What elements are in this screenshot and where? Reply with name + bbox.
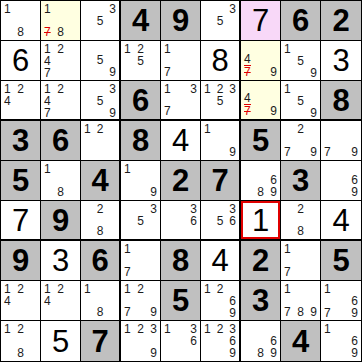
cell-r3c3[interactable]: 359 bbox=[81, 81, 121, 121]
given-digit: 4 bbox=[91, 165, 108, 196]
pencil-marks: 28 bbox=[81, 201, 119, 239]
pencil-marks: 17 bbox=[121, 241, 160, 280]
cell-r1c2[interactable]: 178 bbox=[41, 1, 81, 41]
pencil-marks: 17 bbox=[161, 41, 200, 80]
candidate-mark: 7 bbox=[284, 146, 291, 158]
candidate-mark: 1 bbox=[44, 3, 51, 15]
given-digit: 6 bbox=[132, 85, 149, 116]
cell-r5c9[interactable]: 69 bbox=[321, 161, 361, 201]
cell-r8c4[interactable]: 1279 bbox=[121, 281, 161, 321]
pencil-marks: 35 bbox=[121, 201, 160, 239]
cell-r6c5[interactable]: 36 bbox=[161, 201, 201, 241]
candidate-mark: 1 bbox=[204, 83, 211, 95]
candidate-mark: 2 bbox=[57, 83, 64, 95]
candidate-mark: 1 bbox=[284, 83, 291, 95]
cell-r9c2[interactable]: 5 bbox=[41, 321, 81, 361]
pencil-marks: 137 bbox=[161, 81, 200, 119]
cell-r4c1[interactable]: 3 bbox=[1, 121, 41, 161]
given-digit: 2 bbox=[332, 5, 349, 36]
candidate-mark: 9 bbox=[310, 146, 317, 158]
cell-r7c5[interactable]: 8 bbox=[161, 241, 201, 281]
cell-r8c5[interactable]: 5 bbox=[161, 281, 201, 321]
cell-r9c8[interactable]: 4 bbox=[281, 321, 321, 361]
candidate-mark: 9 bbox=[351, 347, 358, 359]
given-digit: 9 bbox=[52, 205, 69, 236]
solved-digit: 5 bbox=[52, 326, 69, 357]
candidate-mark: 5 bbox=[217, 95, 224, 107]
candidate-mark: 3 bbox=[150, 323, 157, 335]
cell-r3c2[interactable]: 1247 bbox=[41, 81, 81, 121]
cell-r1c5[interactable]: 9 bbox=[161, 1, 201, 41]
given-digit: 5 bbox=[12, 165, 29, 196]
candidate-mark: 1 bbox=[124, 283, 131, 295]
given-digit: 5 bbox=[332, 245, 349, 276]
candidate-mark: 5 bbox=[297, 55, 304, 67]
cell-r8c3[interactable]: 18 bbox=[81, 281, 121, 321]
pencil-marks: 12369 bbox=[201, 321, 239, 361]
candidate-mark: 8 bbox=[257, 347, 264, 359]
candidate-mark: 2 bbox=[297, 123, 304, 135]
cell-r7c1[interactable]: 9 bbox=[1, 241, 41, 281]
candidate-mark: 1 bbox=[284, 243, 291, 255]
candidate-mark: 5 bbox=[97, 15, 104, 27]
solved-digit: 4 bbox=[332, 205, 349, 236]
candidate-mark: 5 bbox=[97, 54, 104, 66]
cell-r6c4[interactable]: 35 bbox=[121, 201, 161, 241]
candidate-mark: 1 bbox=[204, 283, 211, 295]
cell-r7c9[interactable]: 5 bbox=[321, 241, 361, 281]
cell-r2c8[interactable]: 159 bbox=[281, 41, 321, 81]
candidate-mark: 8 bbox=[97, 306, 104, 318]
cell-r9c7[interactable]: 689 bbox=[241, 321, 281, 361]
pencil-marks: 689 bbox=[241, 321, 280, 361]
cell-r5c7[interactable]: 689 bbox=[241, 161, 281, 201]
pencil-marks: 18 bbox=[81, 281, 119, 320]
given-digit: 4 bbox=[292, 326, 309, 357]
candidate-mark: 7 bbox=[324, 307, 331, 319]
pencil-marks: 124 bbox=[1, 281, 40, 320]
given-digit: 8 bbox=[172, 245, 189, 276]
cell-r9c4[interactable]: 1239 bbox=[121, 321, 161, 361]
pencil-marks: 124 bbox=[41, 281, 80, 320]
candidate-mark: 8 bbox=[17, 26, 24, 38]
cell-r1c8[interactable]: 6 bbox=[281, 1, 321, 41]
pencil-marks: 689 bbox=[241, 161, 280, 200]
candidate-mark: 7 bbox=[124, 306, 131, 318]
cell-r3c7[interactable]: 479 bbox=[241, 81, 281, 121]
given-digit: 4 bbox=[132, 5, 149, 36]
cell-r8c2[interactable]: 124 bbox=[41, 281, 81, 321]
candidate-mark: 9 bbox=[109, 107, 116, 119]
cell-r7c6[interactable]: 4 bbox=[201, 241, 241, 281]
candidate-mark: 4 bbox=[44, 295, 51, 307]
candidate-mark: 1 bbox=[4, 323, 11, 335]
solved-digit: 8 bbox=[211, 45, 228, 76]
cell-r9c3[interactable]: 7 bbox=[81, 321, 121, 361]
candidate-eliminated: 7 bbox=[244, 66, 251, 78]
cell-r6c8[interactable]: 28 bbox=[281, 201, 321, 241]
candidate-mark: 2 bbox=[17, 323, 24, 335]
candidate-mark: 8 bbox=[57, 26, 64, 38]
candidate-mark: 2 bbox=[17, 283, 24, 295]
cell-r8c6[interactable]: 1269 bbox=[201, 281, 241, 321]
candidate-mark: 2 bbox=[97, 123, 104, 135]
pencil-marks: 128 bbox=[1, 321, 40, 361]
cell-r3c5[interactable]: 137 bbox=[161, 81, 201, 121]
cell-r2c2[interactable]: 1247 bbox=[41, 41, 81, 81]
candidate-mark: 1 bbox=[44, 163, 51, 175]
given-digit: 3 bbox=[252, 285, 269, 316]
pencil-marks: 159 bbox=[281, 81, 320, 119]
candidate-mark: 8 bbox=[257, 186, 264, 198]
given-digit: 8 bbox=[332, 85, 349, 116]
pencil-marks: 18 bbox=[1, 1, 40, 40]
cell-r3c8[interactable]: 159 bbox=[281, 81, 321, 121]
candidate-mark: 2 bbox=[217, 323, 224, 335]
pencil-marks: 35 bbox=[81, 1, 119, 40]
candidate-mark: 5 bbox=[217, 215, 224, 227]
cell-r6c3[interactable]: 28 bbox=[81, 201, 121, 241]
candidate-mark: 8 bbox=[297, 306, 304, 318]
cell-r4c6[interactable]: 19 bbox=[201, 121, 241, 161]
cell-r2c5[interactable]: 17 bbox=[161, 41, 201, 81]
solved-digit: 4 bbox=[172, 125, 189, 156]
pencil-marks: 479 bbox=[241, 41, 280, 80]
cell-r5c8[interactable]: 3 bbox=[281, 161, 321, 201]
candidate-mark: 8 bbox=[57, 186, 64, 198]
solved-digit: 1 bbox=[252, 205, 269, 236]
pencil-marks: 69 bbox=[321, 161, 361, 200]
candidate-mark: 2 bbox=[57, 43, 64, 55]
cell-r3c1[interactable]: 124 bbox=[1, 81, 41, 121]
candidate-mark: 9 bbox=[150, 347, 157, 359]
cell-r2c3[interactable]: 59 bbox=[81, 41, 121, 81]
cell-r6c7[interactable]: 1 bbox=[241, 201, 281, 241]
candidate-mark: 6 bbox=[229, 215, 236, 227]
cell-r4c7[interactable]: 5 bbox=[241, 121, 281, 161]
given-digit: 6 bbox=[91, 245, 108, 276]
candidate-mark: 9 bbox=[351, 146, 358, 158]
cell-r6c9[interactable]: 4 bbox=[321, 201, 361, 241]
candidate-mark: 2 bbox=[57, 283, 64, 295]
pencil-marks: 136 bbox=[161, 321, 200, 361]
given-digit: 9 bbox=[12, 245, 29, 276]
candidate-mark: 3 bbox=[190, 83, 197, 95]
candidate-mark: 3 bbox=[229, 83, 236, 95]
cell-r6c2[interactable]: 9 bbox=[41, 201, 81, 241]
candidate-mark: 2 bbox=[297, 203, 304, 215]
candidate-mark: 8 bbox=[97, 225, 104, 237]
cell-r5c6[interactable]: 7 bbox=[201, 161, 241, 201]
given-digit: 7 bbox=[91, 326, 108, 357]
cell-r6c1[interactable]: 7 bbox=[1, 201, 41, 241]
cell-r6c6[interactable]: 356 bbox=[201, 201, 241, 241]
solved-digit: 4 bbox=[211, 245, 228, 276]
candidate-mark: 2 bbox=[137, 283, 144, 295]
pencil-marks: 125 bbox=[121, 41, 160, 80]
cell-r5c5[interactable]: 2 bbox=[161, 161, 201, 201]
candidate-mark: 1 bbox=[84, 283, 91, 295]
solved-digit: 3 bbox=[52, 245, 69, 276]
sudoku-board: 1817835493576261247591251784791593124124… bbox=[0, 0, 362, 362]
cell-r5c4[interactable]: 19 bbox=[121, 161, 161, 201]
cell-r3c6[interactable]: 1235 bbox=[201, 81, 241, 121]
candidate-eliminated: 7 bbox=[244, 105, 251, 117]
candidate-mark: 7 bbox=[164, 66, 171, 78]
cell-r8c1[interactable]: 124 bbox=[1, 281, 41, 321]
pencil-marks: 1239 bbox=[121, 321, 160, 361]
candidate-mark: 5 bbox=[97, 95, 104, 107]
solved-digit: 7 bbox=[12, 205, 29, 236]
pencil-marks: 1235 bbox=[201, 81, 239, 119]
pencil-marks: 12 bbox=[81, 121, 119, 160]
pencil-marks: 17 bbox=[281, 241, 320, 280]
cell-r8c9[interactable]: 1679 bbox=[321, 281, 361, 321]
pencil-marks: 18 bbox=[41, 161, 80, 200]
cell-r7c3[interactable]: 6 bbox=[81, 241, 121, 281]
cell-r4c8[interactable]: 279 bbox=[281, 121, 321, 161]
candidate-mark: 1 bbox=[324, 283, 331, 295]
candidate-mark: 7 bbox=[324, 146, 331, 158]
candidate-mark: 9 bbox=[270, 105, 277, 117]
pencil-marks: 28 bbox=[281, 201, 320, 239]
candidate-mark: 7 bbox=[44, 107, 51, 119]
cell-r2c4[interactable]: 125 bbox=[121, 41, 161, 81]
cell-r7c2[interactable]: 3 bbox=[41, 241, 81, 281]
cell-r2c7[interactable]: 479 bbox=[241, 41, 281, 81]
candidate-mark: 4 bbox=[4, 295, 11, 307]
cell-r1c4[interactable]: 4 bbox=[121, 1, 161, 41]
candidate-mark: 2 bbox=[17, 83, 24, 95]
given-digit: 8 bbox=[132, 125, 149, 156]
pencil-marks: 59 bbox=[81, 41, 119, 80]
cell-r4c4[interactable]: 8 bbox=[121, 121, 161, 161]
candidate-eliminated: 7 bbox=[44, 26, 51, 38]
given-digit: 2 bbox=[252, 245, 269, 276]
pencil-marks: 1269 bbox=[201, 281, 239, 320]
candidate-mark: 9 bbox=[270, 66, 277, 78]
candidate-mark: 5 bbox=[217, 15, 224, 27]
pencil-marks: 279 bbox=[281, 121, 320, 160]
given-digit: 6 bbox=[292, 5, 309, 36]
candidate-mark: 1 bbox=[284, 43, 291, 55]
candidate-mark: 1 bbox=[284, 283, 291, 295]
solved-digit: 7 bbox=[252, 5, 269, 36]
candidate-mark: 7 bbox=[284, 266, 291, 278]
given-digit: 5 bbox=[252, 125, 269, 156]
candidate-mark: 9 bbox=[310, 306, 317, 318]
candidate-mark: 1 bbox=[4, 3, 11, 15]
pencil-marks: 159 bbox=[281, 41, 320, 80]
pencil-marks: 1679 bbox=[321, 281, 361, 320]
candidate-mark: 9 bbox=[150, 186, 157, 198]
candidate-mark: 1 bbox=[164, 83, 171, 95]
cell-r9c1[interactable]: 128 bbox=[1, 321, 41, 361]
given-digit: 5 bbox=[172, 285, 189, 316]
given-digit: 3 bbox=[12, 125, 29, 156]
candidate-mark: 7 bbox=[44, 67, 51, 79]
cell-r5c2[interactable]: 18 bbox=[41, 161, 81, 201]
candidate-mark: 2 bbox=[97, 203, 104, 215]
pencil-marks: 359 bbox=[81, 81, 119, 119]
pencil-marks: 79 bbox=[321, 121, 361, 160]
candidate-mark: 6 bbox=[190, 335, 197, 347]
pencil-marks: 1247 bbox=[41, 41, 80, 80]
candidate-mark: 1 bbox=[124, 243, 131, 255]
candidate-mark: 1 bbox=[164, 323, 171, 335]
candidate-mark: 9 bbox=[351, 307, 358, 319]
candidate-mark: 6 bbox=[190, 215, 197, 227]
pencil-marks: 19 bbox=[201, 121, 239, 160]
cell-r5c3[interactable]: 4 bbox=[81, 161, 121, 201]
cell-r7c8[interactable]: 17 bbox=[281, 241, 321, 281]
cell-r7c4[interactable]: 17 bbox=[121, 241, 161, 281]
cell-r4c2[interactable]: 6 bbox=[41, 121, 81, 161]
pencil-marks: 19 bbox=[121, 161, 160, 200]
given-digit: 2 bbox=[172, 165, 189, 196]
candidate-mark: 3 bbox=[109, 3, 116, 15]
candidate-mark: 9 bbox=[229, 146, 236, 158]
candidate-mark: 1 bbox=[324, 323, 331, 335]
candidate-mark: 8 bbox=[297, 225, 304, 237]
cell-r2c6[interactable]: 8 bbox=[201, 41, 241, 81]
candidate-mark: 3 bbox=[229, 3, 236, 15]
candidate-mark: 8 bbox=[17, 347, 24, 359]
pencil-marks: 36 bbox=[161, 201, 200, 239]
cell-r7c7[interactable]: 2 bbox=[241, 241, 281, 281]
candidate-mark: 3 bbox=[109, 83, 116, 95]
candidate-mark: 1 bbox=[124, 43, 131, 55]
candidate-mark: 5 bbox=[137, 55, 144, 67]
candidate-mark: 1 bbox=[84, 123, 91, 135]
cell-r1c9[interactable]: 2 bbox=[321, 1, 361, 41]
given-digit: 6 bbox=[52, 125, 69, 156]
cell-r8c8[interactable]: 1789 bbox=[281, 281, 321, 321]
candidate-mark: 1 bbox=[164, 43, 171, 55]
cell-r3c4[interactable]: 6 bbox=[121, 81, 161, 121]
solved-digit: 3 bbox=[332, 45, 349, 76]
given-digit: 9 bbox=[172, 5, 189, 36]
pencil-marks: 479 bbox=[241, 81, 280, 119]
candidate-mark: 9 bbox=[229, 307, 236, 319]
candidate-mark: 5 bbox=[297, 95, 304, 107]
candidate-mark: 1 bbox=[124, 323, 131, 335]
candidate-mark: 1 bbox=[204, 323, 211, 335]
candidate-mark: 5 bbox=[137, 215, 144, 227]
cell-r2c9[interactable]: 3 bbox=[321, 41, 361, 81]
pencil-marks: 1789 bbox=[281, 281, 320, 320]
pencil-marks: 169 bbox=[321, 321, 361, 361]
given-digit: 7 bbox=[211, 165, 228, 196]
cell-r4c3[interactable]: 12 bbox=[81, 121, 121, 161]
cell-r4c9[interactable]: 79 bbox=[321, 121, 361, 161]
candidate-mark: 2 bbox=[137, 323, 144, 335]
given-digit: 3 bbox=[292, 165, 309, 196]
candidate-mark: 9 bbox=[229, 347, 236, 359]
cell-r4c5[interactable]: 4 bbox=[161, 121, 201, 161]
candidate-mark: 4 bbox=[4, 95, 11, 107]
candidate-mark: 9 bbox=[109, 66, 116, 78]
cell-r9c5[interactable]: 136 bbox=[161, 321, 201, 361]
candidate-mark: 9 bbox=[150, 306, 157, 318]
cell-r3c9[interactable]: 8 bbox=[321, 81, 361, 121]
cell-r2c1[interactable]: 6 bbox=[1, 41, 41, 81]
candidate-mark: 1 bbox=[124, 163, 131, 175]
cell-r5c1[interactable]: 5 bbox=[1, 161, 41, 201]
cell-r9c9[interactable]: 169 bbox=[321, 321, 361, 361]
cell-r1c7[interactable]: 7 bbox=[241, 1, 281, 41]
solved-digit: 6 bbox=[12, 45, 29, 76]
candidate-mark: 1 bbox=[204, 123, 211, 135]
cell-r1c6[interactable]: 35 bbox=[201, 1, 241, 41]
cell-r9c6[interactable]: 12369 bbox=[201, 321, 241, 361]
candidate-mark: 9 bbox=[310, 67, 317, 79]
candidate-mark: 2 bbox=[217, 283, 224, 295]
candidate-mark: 9 bbox=[310, 107, 317, 119]
pencil-marks: 124 bbox=[1, 81, 40, 119]
candidate-mark: 7 bbox=[124, 266, 131, 278]
candidate-mark: 7 bbox=[284, 306, 291, 318]
pencil-marks: 178 bbox=[41, 1, 80, 40]
cell-r1c1[interactable]: 18 bbox=[1, 1, 41, 41]
pencil-marks: 1279 bbox=[121, 281, 160, 320]
candidate-mark: 9 bbox=[351, 186, 358, 198]
candidate-mark: 3 bbox=[150, 203, 157, 215]
cell-r8c7[interactable]: 3 bbox=[241, 281, 281, 321]
pencil-marks: 356 bbox=[201, 201, 239, 239]
cell-r1c3[interactable]: 35 bbox=[81, 1, 121, 41]
candidate-mark: 9 bbox=[270, 347, 277, 359]
candidate-mark: 9 bbox=[270, 186, 277, 198]
pencil-marks: 1247 bbox=[41, 81, 80, 119]
candidate-mark: 7 bbox=[164, 105, 171, 117]
pencil-marks: 35 bbox=[201, 1, 239, 40]
